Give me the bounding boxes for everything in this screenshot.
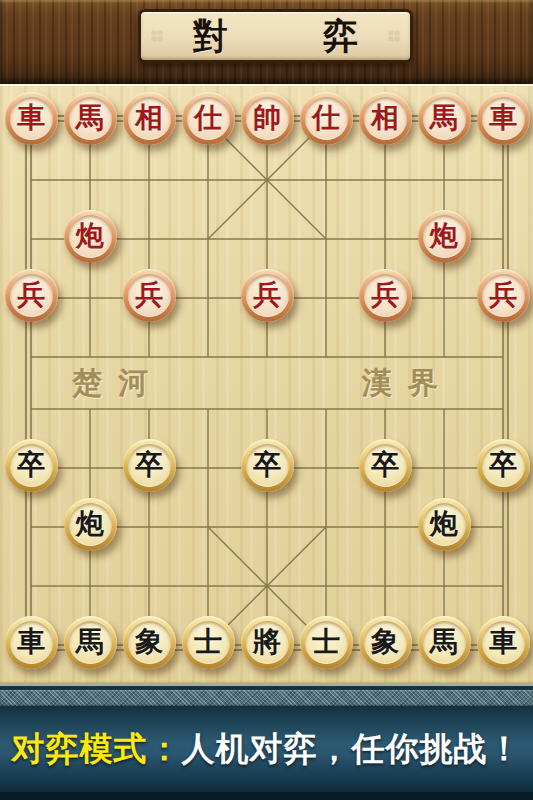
piece-red-cannon-right[interactable]: 炮 [418,210,471,263]
piece-face: 炮 [423,215,466,258]
river-label-left: 楚河 [72,366,164,400]
piece-face: 士 [305,621,348,664]
title-plaque: 對 弈 [138,9,413,63]
piece-black-chariot-right[interactable]: 車 [477,616,530,669]
piece-black-advisor-left[interactable]: 士 [182,616,235,669]
piece-black-horse-right[interactable]: 馬 [418,616,471,669]
piece-black-elephant-left[interactable]: 象 [123,616,176,669]
piece-face: 卒 [128,444,171,487]
piece-face: 仕 [305,97,348,140]
piece-face: 馬 [69,97,112,140]
piece-black-soldier-1[interactable]: 卒 [5,439,58,492]
woven-texture-strip [0,690,533,706]
piece-red-advisor-left[interactable]: 仕 [182,92,235,145]
xiangqi-board[interactable]: 楚河 漢界 車馬相仕帥仕相馬車炮炮兵兵兵兵兵卒卒卒卒卒炮炮車馬象士將士象馬車 [0,84,533,683]
piece-face: 士 [187,621,230,664]
piece-red-elephant-right[interactable]: 相 [359,92,412,145]
piece-face: 炮 [69,503,112,546]
piece-face: 帥 [246,97,289,140]
piece-face: 馬 [69,621,112,664]
piece-red-soldier-1[interactable]: 兵 [5,269,58,322]
piece-face: 卒 [364,444,407,487]
page-title: 對 弈 [163,12,388,60]
piece-black-cannon-left[interactable]: 炮 [64,498,117,551]
piece-face: 相 [364,97,407,140]
piece-red-soldier-3[interactable]: 兵 [241,269,294,322]
piece-black-soldier-4[interactable]: 卒 [359,439,412,492]
wood-header: 對 弈 [0,0,533,84]
piece-face: 兵 [246,274,289,317]
mode-banner: 对弈模式： 人机对弈，任你挑战！ [0,706,533,792]
piece-face: 象 [364,621,407,664]
piece-black-horse-left[interactable]: 馬 [64,616,117,669]
xiangqi-app-screen: 對 弈 楚河 漢界 車馬相仕帥仕相馬車炮炮兵兵兵兵兵卒卒卒卒卒炮炮車馬象士將士象… [0,0,533,800]
piece-face: 兵 [10,274,53,317]
piece-face: 將 [246,621,289,664]
river-label-right: 漢界 [362,366,454,400]
piece-black-general[interactable]: 將 [241,616,294,669]
piece-face: 仕 [187,97,230,140]
piece-face: 卒 [482,444,525,487]
piece-black-soldier-5[interactable]: 卒 [477,439,530,492]
spiral-motif-left [151,18,163,54]
piece-face: 卒 [246,444,289,487]
piece-red-general[interactable]: 帥 [241,92,294,145]
piece-red-chariot-right[interactable]: 車 [477,92,530,145]
piece-face: 相 [128,97,171,140]
mode-banner-text: 人机对弈，任你挑战！ [182,727,522,772]
piece-red-chariot-left[interactable]: 車 [5,92,58,145]
piece-black-chariot-left[interactable]: 車 [5,616,58,669]
piece-face: 象 [128,621,171,664]
piece-face: 兵 [482,274,525,317]
piece-black-advisor-right[interactable]: 士 [300,616,353,669]
piece-face: 車 [482,97,525,140]
piece-black-elephant-right[interactable]: 象 [359,616,412,669]
mode-banner-label: 对弈模式： [12,727,182,772]
piece-face: 卒 [10,444,53,487]
piece-face: 車 [482,621,525,664]
piece-red-soldier-2[interactable]: 兵 [123,269,176,322]
piece-black-soldier-2[interactable]: 卒 [123,439,176,492]
piece-face: 兵 [128,274,171,317]
piece-face: 馬 [423,97,466,140]
piece-red-horse-right[interactable]: 馬 [418,92,471,145]
piece-red-elephant-left[interactable]: 相 [123,92,176,145]
piece-face: 兵 [364,274,407,317]
piece-black-soldier-3[interactable]: 卒 [241,439,294,492]
spiral-motif-right [388,18,400,54]
piece-black-cannon-right[interactable]: 炮 [418,498,471,551]
piece-face: 車 [10,97,53,140]
piece-red-soldier-5[interactable]: 兵 [477,269,530,322]
piece-face: 炮 [69,215,112,258]
piece-red-soldier-4[interactable]: 兵 [359,269,412,322]
piece-face: 炮 [423,503,466,546]
piece-face: 車 [10,621,53,664]
piece-red-cannon-left[interactable]: 炮 [64,210,117,263]
banner-bottom-strip [0,792,533,800]
piece-face: 馬 [423,621,466,664]
piece-red-horse-left[interactable]: 馬 [64,92,117,145]
piece-red-advisor-right[interactable]: 仕 [300,92,353,145]
